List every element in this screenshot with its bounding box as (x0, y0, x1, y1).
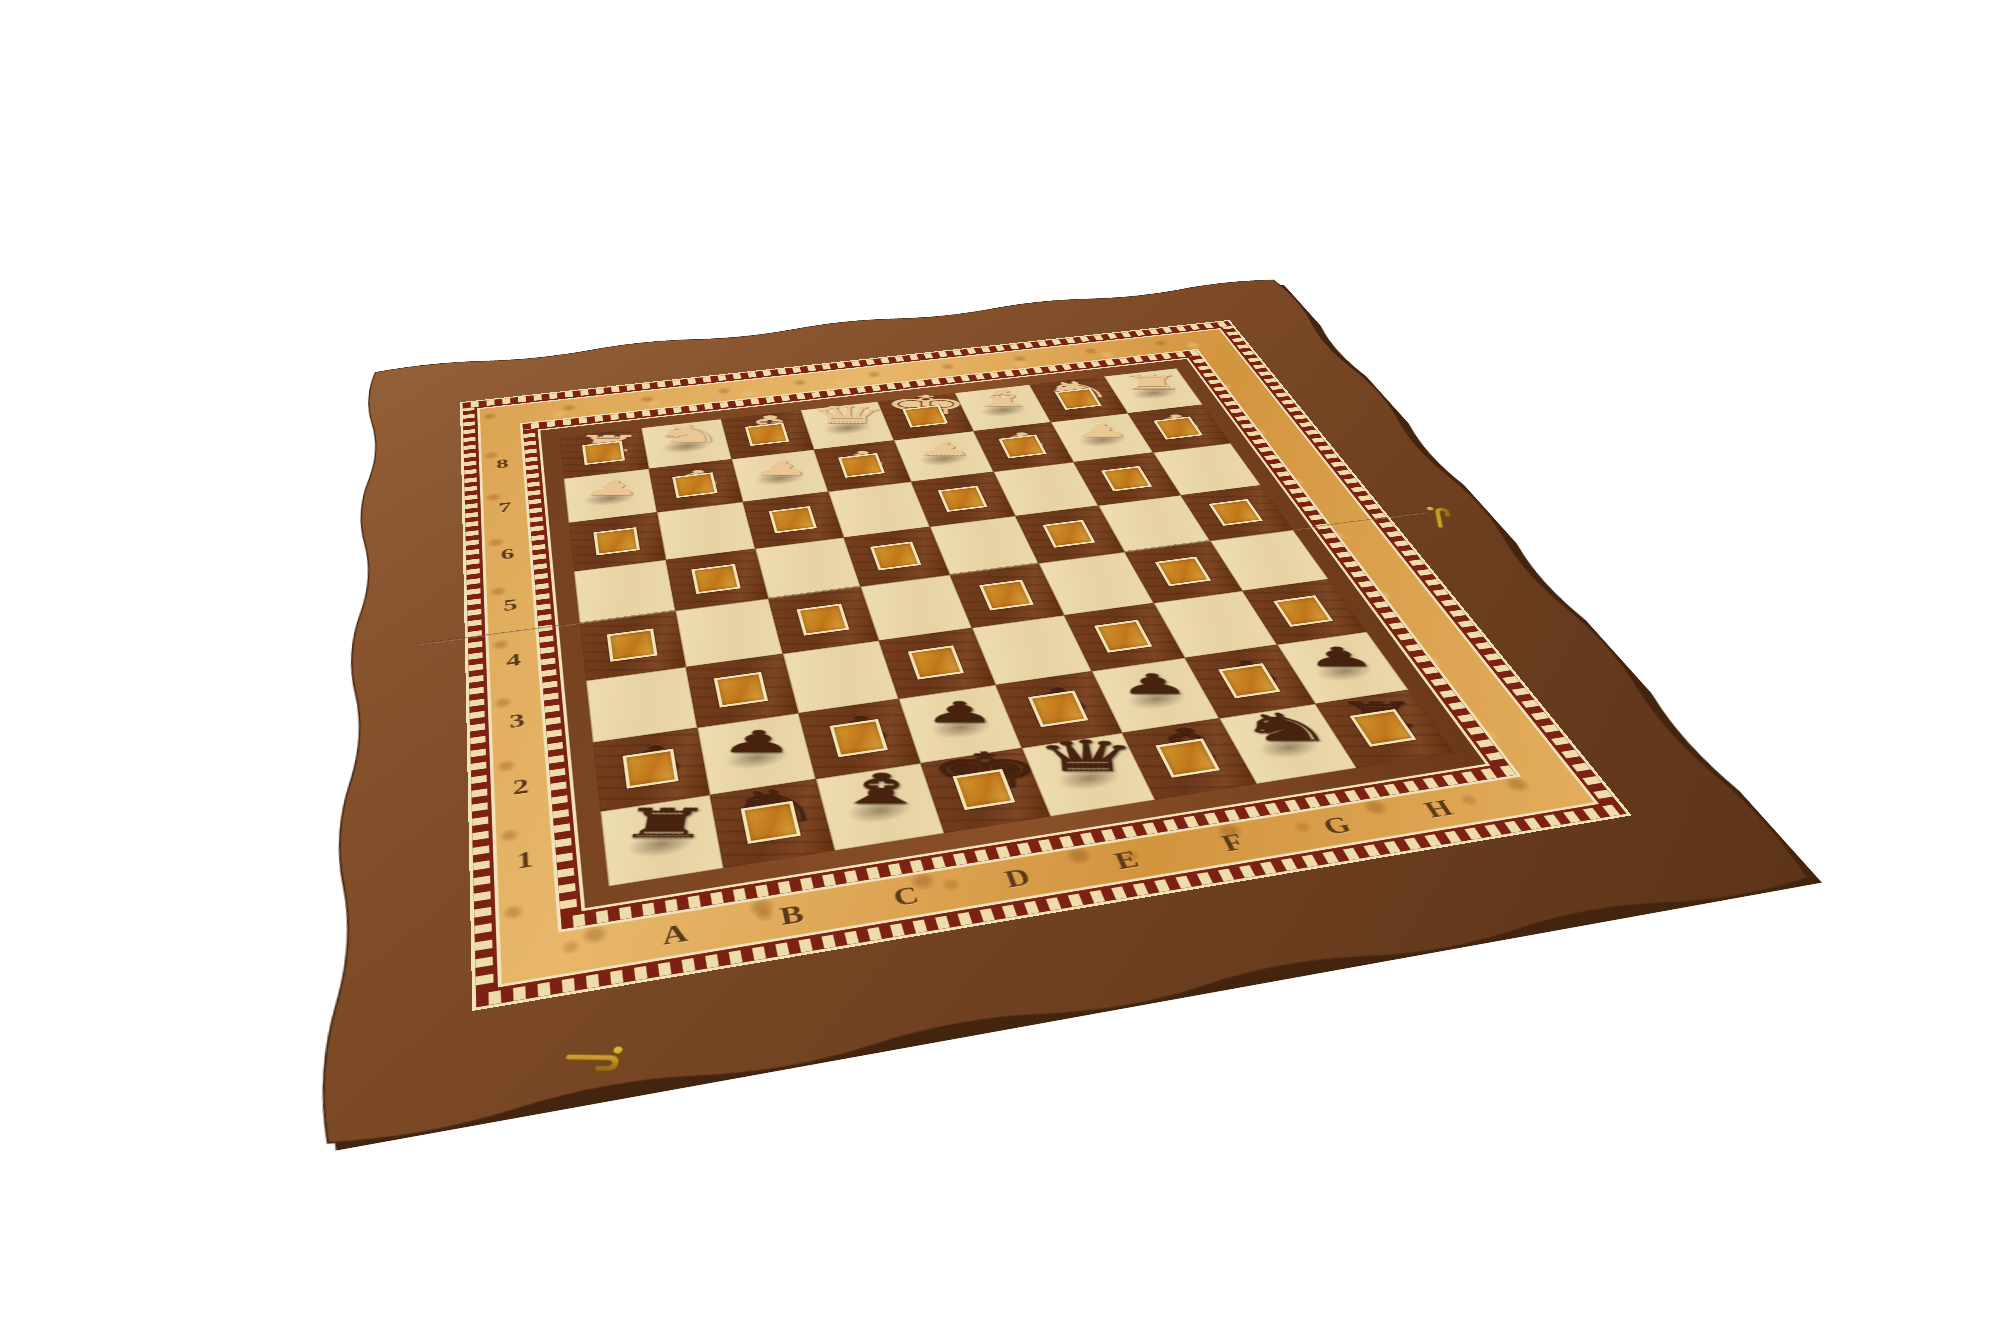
piece-shadow (824, 727, 896, 759)
piece-shadow (925, 712, 997, 743)
square-f2[interactable]: ♟ (1091, 658, 1219, 733)
piece-shadow (1308, 657, 1380, 686)
piece-white-knight-g8[interactable]: ♞ (1034, 373, 1122, 401)
piece-white-pawn-c7[interactable]: ♟ (734, 445, 829, 477)
piece-white-pawn-e7[interactable]: ♟ (899, 427, 990, 458)
chess-board: ♜♞♝♛♚♝♞♜♟♟♟♟♟♟♟♟♟♟♟♟♟♟♟♟♜♞♝♚♛♝♞♜ 8765432… (393, 297, 1731, 1084)
photo-canvas: ♜♞♝♛♚♝♞♜♟♟♟♟♟♟♟♟♟♟♟♟♟♟♟♟♜♞♝♚♛♝♞♜ 8765432… (0, 0, 2000, 1333)
piece-shadow (1251, 731, 1327, 763)
piece-shadow (720, 741, 792, 773)
piece-shadow (1348, 717, 1424, 748)
piece-white-bishop-c8[interactable]: ♝ (723, 406, 815, 436)
piece-white-pawn-f7[interactable]: ♟ (978, 418, 1069, 449)
piece-white-king-e8[interactable]: ♚ (882, 389, 969, 418)
piece-white-bishop-f8[interactable]: ♝ (959, 381, 1046, 410)
piece-white-knight-b8[interactable]: ♞ (641, 415, 736, 446)
piece-white-pawn-g7[interactable]: ♟ (1055, 409, 1147, 439)
piece-white-rook-a8[interactable]: ♜ (558, 424, 656, 455)
piece-shadow (734, 810, 810, 846)
piece-white-queen-d8[interactable]: ♛ (803, 398, 892, 428)
piece-shadow (1215, 670, 1287, 699)
square-b3[interactable] (685, 653, 798, 727)
piece-white-pawn-a7[interactable]: ♟ (563, 464, 665, 497)
piece-shadow (1024, 698, 1096, 728)
perspective-scene: ♜♞♝♛♚♝♞♜♟♟♟♟♟♟♟♟♟♟♟♟♟♟♟♟♜♞♝♚♛♝♞♜ 8765432… (0, 0, 2000, 1333)
rank-label-1: 1 (496, 819, 556, 904)
piece-shadow (1120, 684, 1192, 714)
piece-white-rook-h8[interactable]: ♜ (1107, 365, 1197, 393)
piece-white-pawn-b7[interactable]: ♟ (649, 455, 748, 488)
piece-shadow (1051, 762, 1127, 795)
rank-label-2: 2 (493, 750, 549, 827)
piece-white-pawn-d7[interactable]: ♟ (817, 436, 909, 468)
